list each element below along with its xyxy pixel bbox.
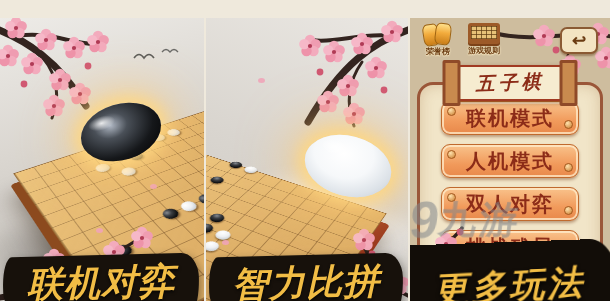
go-stone-white xyxy=(165,128,183,137)
go-stone-white xyxy=(206,239,222,252)
back-arrow-icon: ↩ xyxy=(572,32,586,49)
birds-icon xyxy=(128,46,188,68)
more-gameplay-banner: 更多玩法 xyxy=(410,238,610,301)
go-board-icon xyxy=(468,23,500,44)
go-stone-black xyxy=(207,212,227,224)
more-gameplay-text: 更多玩法 xyxy=(432,259,586,301)
game-rules-button[interactable]: 游戏规则 xyxy=(468,23,500,56)
game-rules-label: 游戏规则 xyxy=(468,45,500,56)
falling-petal xyxy=(96,228,103,233)
back-button[interactable]: ↩ xyxy=(560,27,598,54)
star-point xyxy=(185,203,192,207)
panel-intelligence-battle: 智力比拼 xyxy=(206,18,408,301)
falling-petal xyxy=(150,184,157,189)
go-stone-black xyxy=(195,192,204,205)
go-stone-black xyxy=(208,175,226,185)
go-stone-white xyxy=(203,126,204,135)
golden-scrolls-icon xyxy=(422,23,454,45)
go-stone-black xyxy=(227,161,244,170)
go-stone-white xyxy=(178,199,199,212)
online-mode-button[interactable]: 联机模式 xyxy=(441,101,579,135)
honor-roll-label: 荣誉榜 xyxy=(426,46,450,57)
falling-petal xyxy=(258,78,265,83)
caption-banner-intelligence: 智力比拼 xyxy=(208,252,403,301)
panel-main-menu: 荣誉榜 游戏规则 ↩ 五子棋 联机模式 人机模式 双人对弈 挑战残局 xyxy=(410,18,610,301)
honor-roll-button[interactable]: 荣誉榜 xyxy=(422,23,454,57)
caption-text: 智力比拼 xyxy=(231,257,380,301)
caption-banner-online-play: 联机对弈 xyxy=(2,252,199,301)
falling-petal xyxy=(222,240,229,245)
title-plaque: 五子棋 xyxy=(458,65,563,101)
panel-online-play: 联机对弈 xyxy=(0,18,204,301)
vs-computer-mode-button[interactable]: 人机模式 xyxy=(441,144,579,178)
game-title: 五子棋 xyxy=(475,69,545,97)
gomoku-app-screenshot-collage: 联机对弈 xyxy=(0,18,610,301)
caption-text: 联机对弈 xyxy=(26,257,175,301)
go-stone-white xyxy=(119,166,138,177)
go-stone-white xyxy=(242,165,259,174)
